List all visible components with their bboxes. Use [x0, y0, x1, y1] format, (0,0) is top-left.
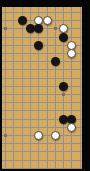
black-stone[interactable]: [51, 57, 60, 66]
grid-line-horizontal: [2, 69, 82, 70]
grid-line-horizontal: [2, 37, 82, 38]
black-stone[interactable]: [34, 41, 43, 50]
grid-line-horizontal: [2, 86, 82, 87]
grid-line-horizontal: [2, 102, 82, 103]
white-stone[interactable]: [67, 123, 76, 132]
white-stone[interactable]: [43, 16, 52, 25]
diagram-frame: [0, 0, 90, 171]
grid-line-vertical: [5, 7, 6, 169]
white-stone[interactable]: [34, 131, 43, 140]
white-stone[interactable]: [51, 131, 60, 140]
grid-line-vertical: [22, 7, 23, 169]
black-stone[interactable]: [59, 82, 68, 91]
grid-line-horizontal: [2, 168, 82, 169]
star-point: [4, 27, 7, 30]
grid-line-horizontal: [2, 78, 82, 79]
black-stone[interactable]: [18, 16, 27, 25]
grid-line-vertical: [13, 7, 14, 169]
grid-line-horizontal: [2, 160, 82, 161]
grid-line-vertical: [80, 7, 81, 169]
black-stone[interactable]: [34, 24, 43, 33]
grid-line-horizontal: [2, 151, 82, 152]
grid-line-horizontal: [2, 12, 82, 13]
grid-line-vertical: [71, 7, 72, 169]
grid-line-vertical: [55, 7, 56, 169]
grid-line-vertical: [47, 7, 48, 169]
star-point: [62, 93, 65, 96]
grid-line-horizontal: [2, 110, 82, 111]
grid-line-horizontal: [2, 94, 82, 95]
black-stone[interactable]: [59, 33, 68, 42]
grid-line-horizontal: [2, 61, 82, 62]
star-point: [4, 134, 7, 137]
grid-line-horizontal: [2, 143, 82, 144]
white-stone[interactable]: [67, 49, 76, 58]
star-point: [54, 27, 57, 30]
go-board[interactable]: [2, 7, 82, 169]
